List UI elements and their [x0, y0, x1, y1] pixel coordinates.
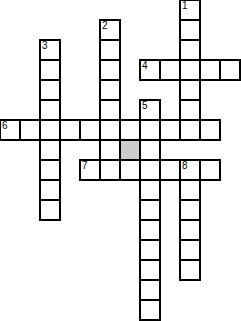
crossword-cell[interactable]: [99, 99, 121, 121]
crossword-cell[interactable]: [199, 119, 221, 141]
crossword-cell[interactable]: [139, 179, 161, 201]
crossword-cell[interactable]: [139, 259, 161, 281]
crossword-cell[interactable]: [179, 239, 201, 261]
crossword-cell[interactable]: [39, 159, 61, 181]
crossword-cell[interactable]: [139, 199, 161, 221]
crossword-cell[interactable]: [119, 119, 141, 141]
crossword-cell[interactable]: [59, 119, 81, 141]
crossword-cell[interactable]: [99, 79, 121, 101]
crossword-cell-highlighted[interactable]: [119, 139, 141, 161]
crossword-cell[interactable]: [179, 59, 201, 81]
crossword-cell[interactable]: [39, 99, 61, 121]
crossword-board: 12345678: [0, 0, 241, 321]
crossword-cell[interactable]: [39, 179, 61, 201]
crossword-cell[interactable]: [79, 119, 101, 141]
crossword-cell[interactable]: [159, 119, 181, 141]
crossword-cell[interactable]: [139, 119, 161, 141]
crossword-cell[interactable]: [179, 199, 201, 221]
crossword-cell[interactable]: [179, 79, 201, 101]
crossword-cell[interactable]: [179, 19, 201, 41]
clue-number-4: 4: [142, 61, 148, 71]
clue-number-2: 2: [102, 21, 108, 31]
crossword-cell[interactable]: [219, 59, 241, 81]
crossword-cell[interactable]: [139, 159, 161, 181]
crossword-cell[interactable]: [159, 59, 181, 81]
crossword-cell[interactable]: [179, 179, 201, 201]
crossword-cell[interactable]: [39, 119, 61, 141]
crossword-cell[interactable]: [99, 139, 121, 161]
clue-number-8: 8: [182, 161, 188, 171]
crossword-cell[interactable]: [39, 59, 61, 81]
clue-number-6: 6: [2, 121, 8, 131]
crossword-cell[interactable]: [39, 79, 61, 101]
crossword-cell[interactable]: [19, 119, 41, 141]
crossword-cell[interactable]: [199, 59, 221, 81]
crossword-cell[interactable]: [99, 119, 121, 141]
crossword-cell[interactable]: [139, 239, 161, 261]
crossword-cell[interactable]: [139, 219, 161, 241]
clue-number-1: 1: [182, 1, 188, 11]
crossword-cell[interactable]: [139, 279, 161, 301]
crossword-cell[interactable]: [139, 139, 161, 161]
clue-number-7: 7: [82, 161, 88, 171]
crossword-cell[interactable]: [179, 99, 201, 121]
clue-number-5: 5: [142, 101, 148, 111]
crossword-cell[interactable]: [99, 159, 121, 181]
crossword-cell[interactable]: [39, 139, 61, 161]
crossword-cell[interactable]: [39, 199, 61, 221]
clue-number-3: 3: [42, 41, 48, 51]
crossword-cell[interactable]: [179, 39, 201, 61]
crossword-cell[interactable]: [179, 259, 201, 281]
crossword-cell[interactable]: [99, 59, 121, 81]
crossword-cell[interactable]: [179, 219, 201, 241]
crossword-cell[interactable]: [99, 39, 121, 61]
crossword-cell[interactable]: [139, 299, 161, 321]
crossword-cell[interactable]: [179, 119, 201, 141]
crossword-cell[interactable]: [119, 159, 141, 181]
crossword-cell[interactable]: [159, 159, 181, 181]
crossword-cell[interactable]: [199, 159, 221, 181]
